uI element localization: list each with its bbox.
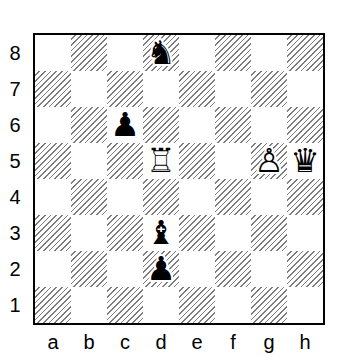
square-e8[interactable] <box>179 35 215 71</box>
square-h1[interactable] <box>287 287 323 323</box>
square-e6[interactable] <box>179 107 215 143</box>
square-b2[interactable] <box>71 251 107 287</box>
square-e5[interactable] <box>179 143 215 179</box>
square-a4[interactable] <box>35 179 71 215</box>
rank-label-7: 7 <box>2 71 28 107</box>
square-b8[interactable] <box>71 35 107 71</box>
square-c8[interactable] <box>107 35 143 71</box>
square-h6[interactable] <box>287 107 323 143</box>
square-g8[interactable] <box>251 35 287 71</box>
black-knight-icon: ♞ <box>146 35 176 71</box>
rank-label-2: 2 <box>2 251 28 287</box>
square-f5[interactable] <box>215 143 251 179</box>
file-label-f: f <box>215 328 251 356</box>
square-e2[interactable] <box>179 251 215 287</box>
square-f3[interactable] <box>215 215 251 251</box>
square-a7[interactable] <box>35 71 71 107</box>
square-a2[interactable] <box>35 251 71 287</box>
black-pawn-d2[interactable]: ♟♟ <box>143 251 179 287</box>
square-g4[interactable] <box>251 179 287 215</box>
square-f1[interactable] <box>215 287 251 323</box>
square-d6[interactable] <box>143 107 179 143</box>
square-f2[interactable] <box>215 251 251 287</box>
rank-label-6: 6 <box>2 107 28 143</box>
white-rook-d5[interactable]: ♜♖ <box>143 143 179 179</box>
rank-label-5: 5 <box>2 143 28 179</box>
black-queen-icon: ♛ <box>290 143 320 179</box>
black-knight-d8[interactable]: ♞♞ <box>143 35 179 71</box>
square-h8[interactable] <box>287 35 323 71</box>
square-c3[interactable] <box>107 215 143 251</box>
square-d4[interactable] <box>143 179 179 215</box>
square-c6[interactable]: ♟♟ <box>107 107 143 143</box>
file-label-b: b <box>71 328 107 356</box>
file-label-c: c <box>107 328 143 356</box>
square-a3[interactable] <box>35 215 71 251</box>
rank-label-3: 3 <box>2 215 28 251</box>
square-g5[interactable]: ♟♙ <box>251 143 287 179</box>
file-label-a: a <box>35 328 71 356</box>
square-h2[interactable] <box>287 251 323 287</box>
rank-label-8: 8 <box>2 35 28 71</box>
black-pawn-icon: ♟ <box>146 251 176 287</box>
white-pawn-icon: ♙ <box>254 143 284 179</box>
chess-diagram: 87654321 ♞♞♟♟♜♖♟♙♛♛♝♝♟♟ abcdefgh <box>0 0 360 360</box>
square-b3[interactable] <box>71 215 107 251</box>
square-a5[interactable] <box>35 143 71 179</box>
square-d7[interactable] <box>143 71 179 107</box>
black-pawn-icon: ♟ <box>110 107 140 143</box>
square-g1[interactable] <box>251 287 287 323</box>
square-f7[interactable] <box>215 71 251 107</box>
square-a8[interactable] <box>35 35 71 71</box>
file-label-e: e <box>179 328 215 356</box>
white-rook-icon: ♖ <box>146 143 176 179</box>
square-d2[interactable]: ♟♟ <box>143 251 179 287</box>
black-pawn-c6[interactable]: ♟♟ <box>107 107 143 143</box>
file-label-d: d <box>143 328 179 356</box>
square-d1[interactable] <box>143 287 179 323</box>
square-g2[interactable] <box>251 251 287 287</box>
white-pawn-g5[interactable]: ♟♙ <box>251 143 287 179</box>
square-b5[interactable] <box>71 143 107 179</box>
square-d8[interactable]: ♞♞ <box>143 35 179 71</box>
black-bishop-d3[interactable]: ♝♝ <box>143 215 179 251</box>
square-a1[interactable] <box>35 287 71 323</box>
square-h4[interactable] <box>287 179 323 215</box>
square-b4[interactable] <box>71 179 107 215</box>
square-c4[interactable] <box>107 179 143 215</box>
square-f4[interactable] <box>215 179 251 215</box>
square-c5[interactable] <box>107 143 143 179</box>
black-queen-h5[interactable]: ♛♛ <box>287 143 323 179</box>
black-bishop-icon: ♝ <box>146 215 176 251</box>
square-e1[interactable] <box>179 287 215 323</box>
file-labels: abcdefgh <box>35 328 323 356</box>
square-h3[interactable] <box>287 215 323 251</box>
square-h7[interactable] <box>287 71 323 107</box>
square-e7[interactable] <box>179 71 215 107</box>
square-b6[interactable] <box>71 107 107 143</box>
square-d5[interactable]: ♜♖ <box>143 143 179 179</box>
file-label-h: h <box>287 328 323 356</box>
square-f6[interactable] <box>215 107 251 143</box>
square-c1[interactable] <box>107 287 143 323</box>
square-a6[interactable] <box>35 107 71 143</box>
square-h5[interactable]: ♛♛ <box>287 143 323 179</box>
square-b1[interactable] <box>71 287 107 323</box>
file-label-g: g <box>251 328 287 356</box>
square-f8[interactable] <box>215 35 251 71</box>
square-g7[interactable] <box>251 71 287 107</box>
chess-board: ♞♞♟♟♜♖♟♙♛♛♝♝♟♟ <box>33 33 325 325</box>
square-c2[interactable] <box>107 251 143 287</box>
square-d3[interactable]: ♝♝ <box>143 215 179 251</box>
square-b7[interactable] <box>71 71 107 107</box>
rank-labels: 87654321 <box>2 35 28 323</box>
square-e4[interactable] <box>179 179 215 215</box>
square-g3[interactable] <box>251 215 287 251</box>
square-g6[interactable] <box>251 107 287 143</box>
square-c7[interactable] <box>107 71 143 107</box>
rank-label-4: 4 <box>2 179 28 215</box>
rank-label-1: 1 <box>2 287 28 323</box>
square-e3[interactable] <box>179 215 215 251</box>
